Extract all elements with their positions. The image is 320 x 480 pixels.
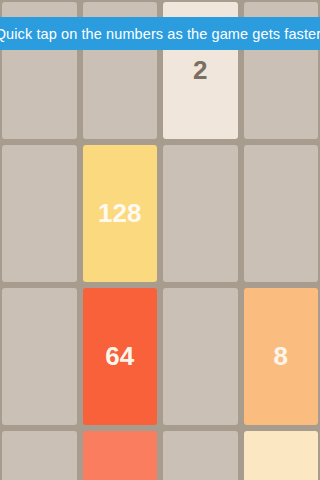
empty-cell [2,288,77,425]
empty-cell [163,288,238,425]
empty-cell [244,145,319,282]
empty-cell [2,145,77,282]
game-board: 2128648324 [0,0,320,480]
tile-4[interactable]: 4 [244,431,319,480]
tile-8[interactable]: 8 [244,288,319,425]
tile-128[interactable]: 128 [83,145,158,282]
hint-banner-text: Quick tap on the numbers as the game get… [0,26,320,42]
tile-64[interactable]: 64 [83,288,158,425]
empty-cell [163,431,238,480]
empty-cell [163,145,238,282]
tile-32[interactable]: 32 [83,431,158,480]
hint-banner: Quick tap on the numbers as the game get… [0,17,320,50]
empty-cell [2,431,77,480]
